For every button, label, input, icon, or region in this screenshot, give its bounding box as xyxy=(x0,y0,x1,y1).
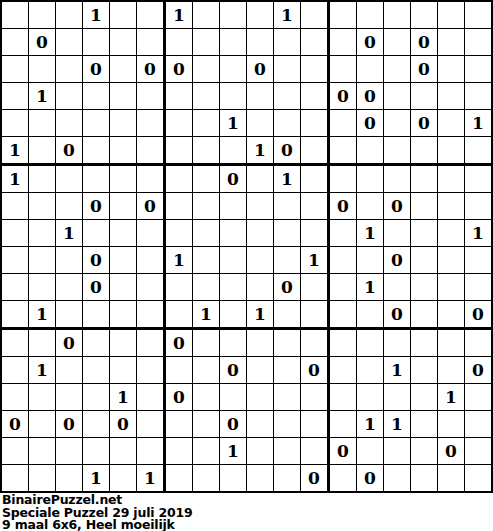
cell-r3c16-given-0: 0 xyxy=(411,56,438,83)
cell-r1c6-empty[interactable] xyxy=(137,2,166,29)
cell-r12c3-empty[interactable] xyxy=(56,301,83,330)
cell-r15c6-empty[interactable] xyxy=(137,384,166,411)
cell-r10c4-given-0: 0 xyxy=(83,247,110,274)
cell-r18c15-empty[interactable] xyxy=(384,465,411,491)
cell-r17c5-empty[interactable] xyxy=(110,438,137,465)
cell-r11c9-empty[interactable] xyxy=(220,274,247,301)
cell-r1c1-empty[interactable] xyxy=(2,2,29,29)
puzzle-grid: 1110000000010010011010101000011101100011… xyxy=(0,0,493,493)
cell-r7c18-empty[interactable] xyxy=(465,166,491,193)
cell-r6c9-empty[interactable] xyxy=(220,137,247,166)
cell-r6c6-empty[interactable] xyxy=(137,137,166,166)
cell-r9c7-empty[interactable] xyxy=(166,220,193,247)
cell-r18c1-empty[interactable] xyxy=(2,465,29,491)
cell-r10c17-empty[interactable] xyxy=(438,247,465,274)
cell-r12c9-empty[interactable] xyxy=(220,301,247,330)
cell-r13c14-empty[interactable] xyxy=(357,330,384,357)
cell-r17c7-empty[interactable] xyxy=(166,438,193,465)
cell-r11c8-empty[interactable] xyxy=(193,274,220,301)
cell-r15c5-given-1: 1 xyxy=(110,384,137,411)
cell-r9c5-empty[interactable] xyxy=(110,220,137,247)
cell-r13c2-empty[interactable] xyxy=(29,330,56,357)
cell-r12c12-empty[interactable] xyxy=(301,301,330,330)
cell-r7c9-given-0: 0 xyxy=(220,166,247,193)
cell-r2c18-empty[interactable] xyxy=(465,29,491,56)
cell-r7c6-empty[interactable] xyxy=(137,166,166,193)
cell-r15c17-given-1: 1 xyxy=(438,384,465,411)
cell-r5c10-empty[interactable] xyxy=(247,110,274,137)
cell-r8c16-empty[interactable] xyxy=(411,193,438,220)
cell-r2c1-empty[interactable] xyxy=(2,29,29,56)
cell-r4c18-empty[interactable] xyxy=(465,83,491,110)
cell-r17c2-empty[interactable] xyxy=(29,438,56,465)
cell-r10c14-empty[interactable] xyxy=(357,247,384,274)
cell-r3c5-empty[interactable] xyxy=(110,56,137,83)
cell-r14c5-empty[interactable] xyxy=(110,357,137,384)
cell-r11c13-empty[interactable] xyxy=(330,274,357,301)
cell-r9c17-empty[interactable] xyxy=(438,220,465,247)
cell-r11c3-empty[interactable] xyxy=(56,274,83,301)
cell-r15c14-empty[interactable] xyxy=(357,384,384,411)
cell-r8c13-given-0: 0 xyxy=(330,193,357,220)
cell-r4c6-empty[interactable] xyxy=(137,83,166,110)
cell-r10c1-empty[interactable] xyxy=(2,247,29,274)
cell-r6c17-empty[interactable] xyxy=(438,137,465,166)
cell-r1c3-empty[interactable] xyxy=(56,2,83,29)
cell-r11c16-empty[interactable] xyxy=(411,274,438,301)
cell-r17c13-given-0: 0 xyxy=(330,438,357,465)
cell-r6c15-empty[interactable] xyxy=(384,137,411,166)
cell-r3c18-empty[interactable] xyxy=(465,56,491,83)
cell-r13c6-empty[interactable] xyxy=(137,330,166,357)
cell-r12c15-given-0: 0 xyxy=(384,301,411,330)
cell-r4c10-empty[interactable] xyxy=(247,83,274,110)
cell-r18c11-empty[interactable] xyxy=(274,465,301,491)
cell-r10c5-empty[interactable] xyxy=(110,247,137,274)
cell-r15c16-empty[interactable] xyxy=(411,384,438,411)
cell-r8c9-empty[interactable] xyxy=(220,193,247,220)
cell-r12c13-empty[interactable] xyxy=(330,301,357,330)
cell-r8c2-empty[interactable] xyxy=(29,193,56,220)
puzzle-caption: BinairePuzzel.net Speciale Puzzel 29 jul… xyxy=(2,494,493,531)
cell-r6c13-empty[interactable] xyxy=(330,137,357,166)
cell-r5c6-empty[interactable] xyxy=(137,110,166,137)
cell-r3c6-given-0: 0 xyxy=(137,56,166,83)
cell-r16c7-empty[interactable] xyxy=(166,411,193,438)
cell-r16c13-empty[interactable] xyxy=(330,411,357,438)
cell-r5c17-empty[interactable] xyxy=(438,110,465,137)
cell-r4c17-empty[interactable] xyxy=(438,83,465,110)
cell-r7c7-empty[interactable] xyxy=(166,166,193,193)
cell-r3c2-empty[interactable] xyxy=(29,56,56,83)
cell-r4c14-given-0: 0 xyxy=(357,83,384,110)
cell-r2c14-given-0: 0 xyxy=(357,29,384,56)
cell-r1c10-empty[interactable] xyxy=(247,2,274,29)
cell-r5c14-given-0: 0 xyxy=(357,110,384,137)
cell-r11c17-empty[interactable] xyxy=(438,274,465,301)
cell-r4c9-empty[interactable] xyxy=(220,83,247,110)
cell-r13c8-empty[interactable] xyxy=(193,330,220,357)
cell-r11c4-given-0: 0 xyxy=(83,274,110,301)
cell-r17c9-given-1: 1 xyxy=(220,438,247,465)
cell-r14c10-empty[interactable] xyxy=(247,357,274,384)
cell-r13c13-empty[interactable] xyxy=(330,330,357,357)
cell-r1c15-empty[interactable] xyxy=(384,2,411,29)
cell-r14c7-empty[interactable] xyxy=(166,357,193,384)
cell-r7c5-empty[interactable] xyxy=(110,166,137,193)
cell-r18c6-given-1: 1 xyxy=(137,465,166,491)
cell-r10c11-empty[interactable] xyxy=(274,247,301,274)
cell-r9c13-empty[interactable] xyxy=(330,220,357,247)
cell-r8c1-empty[interactable] xyxy=(2,193,29,220)
cell-r8c3-empty[interactable] xyxy=(56,193,83,220)
cell-r9c12-empty[interactable] xyxy=(301,220,330,247)
cell-r5c12-empty[interactable] xyxy=(301,110,330,137)
cell-r12c14-empty[interactable] xyxy=(357,301,384,330)
cell-r5c2-empty[interactable] xyxy=(29,110,56,137)
cell-r7c4-empty[interactable] xyxy=(83,166,110,193)
cell-r10c12-given-1: 1 xyxy=(301,247,330,274)
cell-r17c8-empty[interactable] xyxy=(193,438,220,465)
cell-r2c13-empty[interactable] xyxy=(330,29,357,56)
cell-r2c15-empty[interactable] xyxy=(384,29,411,56)
cell-r6c2-empty[interactable] xyxy=(29,137,56,166)
cell-r5c3-empty[interactable] xyxy=(56,110,83,137)
cell-r6c5-empty[interactable] xyxy=(110,137,137,166)
cell-r14c8-empty[interactable] xyxy=(193,357,220,384)
cell-r7c17-empty[interactable] xyxy=(438,166,465,193)
cell-r14c9-given-0: 0 xyxy=(220,357,247,384)
cell-r7c2-empty[interactable] xyxy=(29,166,56,193)
cell-r13c12-empty[interactable] xyxy=(301,330,330,357)
cell-r17c14-empty[interactable] xyxy=(357,438,384,465)
cell-r8c8-empty[interactable] xyxy=(193,193,220,220)
cell-r3c12-empty[interactable] xyxy=(301,56,330,83)
cell-r13c10-empty[interactable] xyxy=(247,330,274,357)
cell-r14c16-empty[interactable] xyxy=(411,357,438,384)
cell-r14c13-empty[interactable] xyxy=(330,357,357,384)
cell-r10c16-empty[interactable] xyxy=(411,247,438,274)
cell-r7c12-empty[interactable] xyxy=(301,166,330,193)
cell-r16c8-empty[interactable] xyxy=(193,411,220,438)
cell-r6c8-empty[interactable] xyxy=(193,137,220,166)
cell-r2c7-empty[interactable] xyxy=(166,29,193,56)
cell-r18c2-empty[interactable] xyxy=(29,465,56,491)
cell-r7c16-empty[interactable] xyxy=(411,166,438,193)
cell-r9c9-empty[interactable] xyxy=(220,220,247,247)
cell-r18c8-empty[interactable] xyxy=(193,465,220,491)
cell-r8c6-given-0: 0 xyxy=(137,193,166,220)
cell-r16c16-empty[interactable] xyxy=(411,411,438,438)
cell-r15c11-empty[interactable] xyxy=(274,384,301,411)
cell-r10c3-empty[interactable] xyxy=(56,247,83,274)
cell-r2c11-empty[interactable] xyxy=(274,29,301,56)
cell-r3c14-empty[interactable] xyxy=(357,56,384,83)
cell-r14c1-empty[interactable] xyxy=(2,357,29,384)
cell-r18c18-empty[interactable] xyxy=(465,465,491,491)
cell-r7c14-empty[interactable] xyxy=(357,166,384,193)
cell-r12c17-empty[interactable] xyxy=(438,301,465,330)
cell-r15c4-empty[interactable] xyxy=(83,384,110,411)
cell-r14c18-given-0: 0 xyxy=(465,357,491,384)
cell-r4c4-empty[interactable] xyxy=(83,83,110,110)
cell-r8c7-empty[interactable] xyxy=(166,193,193,220)
cell-r10c8-empty[interactable] xyxy=(193,247,220,274)
cell-r4c16-empty[interactable] xyxy=(411,83,438,110)
cell-r7c10-empty[interactable] xyxy=(247,166,274,193)
cell-r2c12-empty[interactable] xyxy=(301,29,330,56)
cell-r8c14-empty[interactable] xyxy=(357,193,384,220)
cell-r13c16-empty[interactable] xyxy=(411,330,438,357)
cell-r11c7-empty[interactable] xyxy=(166,274,193,301)
cell-r18c17-empty[interactable] xyxy=(438,465,465,491)
cell-r14c17-empty[interactable] xyxy=(438,357,465,384)
cell-r18c7-empty[interactable] xyxy=(166,465,193,491)
puzzle-page: 1110000000010010011010101000011101100011… xyxy=(0,0,493,531)
cell-r6c10-given-1: 1 xyxy=(247,137,274,166)
cell-r5c9-given-1: 1 xyxy=(220,110,247,137)
cell-r18c16-empty[interactable] xyxy=(411,465,438,491)
cell-r16c17-empty[interactable] xyxy=(438,411,465,438)
cell-r9c2-empty[interactable] xyxy=(29,220,56,247)
cell-r15c1-empty[interactable] xyxy=(2,384,29,411)
cell-r7c13-empty[interactable] xyxy=(330,166,357,193)
cell-r2c10-empty[interactable] xyxy=(247,29,274,56)
cell-r3c10-given-0: 0 xyxy=(247,56,274,83)
cell-r9c8-empty[interactable] xyxy=(193,220,220,247)
cell-r12c1-empty[interactable] xyxy=(2,301,29,330)
cell-r1c9-empty[interactable] xyxy=(220,2,247,29)
cell-r13c4-empty[interactable] xyxy=(83,330,110,357)
cell-r4c8-empty[interactable] xyxy=(193,83,220,110)
cell-r14c15-given-1: 1 xyxy=(384,357,411,384)
cell-r17c1-empty[interactable] xyxy=(2,438,29,465)
cell-r14c14-empty[interactable] xyxy=(357,357,384,384)
cell-r15c18-empty[interactable] xyxy=(465,384,491,411)
cell-r11c6-empty[interactable] xyxy=(137,274,166,301)
cell-r4c1-empty[interactable] xyxy=(2,83,29,110)
cell-r11c12-empty[interactable] xyxy=(301,274,330,301)
cell-r2c16-given-0: 0 xyxy=(411,29,438,56)
cell-r3c8-empty[interactable] xyxy=(193,56,220,83)
cell-r9c4-empty[interactable] xyxy=(83,220,110,247)
cell-r10c15-given-0: 0 xyxy=(384,247,411,274)
cell-r1c5-empty[interactable] xyxy=(110,2,137,29)
cell-r9c3-given-1: 1 xyxy=(56,220,83,247)
cell-r15c15-empty[interactable] xyxy=(384,384,411,411)
cell-r8c12-empty[interactable] xyxy=(301,193,330,220)
puzzle-subtitle: 9 maal 6x6, Heel moeilijk xyxy=(2,519,493,531)
cell-r3c3-empty[interactable] xyxy=(56,56,83,83)
cell-r6c4-empty[interactable] xyxy=(83,137,110,166)
cell-r15c10-empty[interactable] xyxy=(247,384,274,411)
cell-r8c5-empty[interactable] xyxy=(110,193,137,220)
cell-r1c12-empty[interactable] xyxy=(301,2,330,29)
cell-r15c9-empty[interactable] xyxy=(220,384,247,411)
cell-r3c1-empty[interactable] xyxy=(2,56,29,83)
cell-r15c2-empty[interactable] xyxy=(29,384,56,411)
cell-r11c1-empty[interactable] xyxy=(2,274,29,301)
cell-r12c2-given-1: 1 xyxy=(29,301,56,330)
cell-r12c5-empty[interactable] xyxy=(110,301,137,330)
cell-r2c8-empty[interactable] xyxy=(193,29,220,56)
cell-r18c13-empty[interactable] xyxy=(330,465,357,491)
cell-r17c6-empty[interactable] xyxy=(137,438,166,465)
cell-r17c3-empty[interactable] xyxy=(56,438,83,465)
cell-r11c15-empty[interactable] xyxy=(384,274,411,301)
cell-r5c8-empty[interactable] xyxy=(193,110,220,137)
cell-r6c18-empty[interactable] xyxy=(465,137,491,166)
cell-r11c2-empty[interactable] xyxy=(29,274,56,301)
cell-r1c16-empty[interactable] xyxy=(411,2,438,29)
cell-r13c18-empty[interactable] xyxy=(465,330,491,357)
cell-r8c10-empty[interactable] xyxy=(247,193,274,220)
cell-r12c7-empty[interactable] xyxy=(166,301,193,330)
cell-r2c4-empty[interactable] xyxy=(83,29,110,56)
cell-r16c15-given-1: 1 xyxy=(384,411,411,438)
cell-r8c11-empty[interactable] xyxy=(274,193,301,220)
cell-r18c9-empty[interactable] xyxy=(220,465,247,491)
cell-r9c1-empty[interactable] xyxy=(2,220,29,247)
cell-r15c12-empty[interactable] xyxy=(301,384,330,411)
cell-r2c17-empty[interactable] xyxy=(438,29,465,56)
cell-r16c2-empty[interactable] xyxy=(29,411,56,438)
cell-r1c8-empty[interactable] xyxy=(193,2,220,29)
cell-r5c1-empty[interactable] xyxy=(2,110,29,137)
cell-r3c13-empty[interactable] xyxy=(330,56,357,83)
cell-r10c9-empty[interactable] xyxy=(220,247,247,274)
cell-r17c10-empty[interactable] xyxy=(247,438,274,465)
cell-r11c10-empty[interactable] xyxy=(247,274,274,301)
cell-r11c5-empty[interactable] xyxy=(110,274,137,301)
cell-r14c4-empty[interactable] xyxy=(83,357,110,384)
cell-r7c3-empty[interactable] xyxy=(56,166,83,193)
cell-r2c5-empty[interactable] xyxy=(110,29,137,56)
cell-r10c18-empty[interactable] xyxy=(465,247,491,274)
cell-r17c18-empty[interactable] xyxy=(465,438,491,465)
cell-r4c3-empty[interactable] xyxy=(56,83,83,110)
cell-r6c7-empty[interactable] xyxy=(166,137,193,166)
cell-r5c13-empty[interactable] xyxy=(330,110,357,137)
cell-r5c11-empty[interactable] xyxy=(274,110,301,137)
cell-r9c16-empty[interactable] xyxy=(411,220,438,247)
cell-r6c16-empty[interactable] xyxy=(411,137,438,166)
cell-r17c11-empty[interactable] xyxy=(274,438,301,465)
cell-r4c5-empty[interactable] xyxy=(110,83,137,110)
cell-r8c18-empty[interactable] xyxy=(465,193,491,220)
cell-r10c2-empty[interactable] xyxy=(29,247,56,274)
cell-r10c6-empty[interactable] xyxy=(137,247,166,274)
cell-r16c6-empty[interactable] xyxy=(137,411,166,438)
cell-r13c11-empty[interactable] xyxy=(274,330,301,357)
cell-r1c11-given-1: 1 xyxy=(274,2,301,29)
cell-r4c15-empty[interactable] xyxy=(384,83,411,110)
cell-r3c9-empty[interactable] xyxy=(220,56,247,83)
cell-r16c9-given-0: 0 xyxy=(220,411,247,438)
cell-r17c4-empty[interactable] xyxy=(83,438,110,465)
cell-r11c18-empty[interactable] xyxy=(465,274,491,301)
cell-r10c10-empty[interactable] xyxy=(247,247,274,274)
cell-r3c17-empty[interactable] xyxy=(438,56,465,83)
cell-r15c7-given-0: 0 xyxy=(166,384,193,411)
cell-r13c1-empty[interactable] xyxy=(2,330,29,357)
cell-r10c7-given-1: 1 xyxy=(166,247,193,274)
cell-r13c3-given-0: 0 xyxy=(56,330,83,357)
cell-r15c13-empty[interactable] xyxy=(330,384,357,411)
cell-r16c11-empty[interactable] xyxy=(274,411,301,438)
cell-r14c11-empty[interactable] xyxy=(274,357,301,384)
cell-r17c15-empty[interactable] xyxy=(384,438,411,465)
cell-r1c2-empty[interactable] xyxy=(29,2,56,29)
cell-r3c7-given-0: 0 xyxy=(166,56,193,83)
cell-r18c3-empty[interactable] xyxy=(56,465,83,491)
cell-r9c11-empty[interactable] xyxy=(274,220,301,247)
cell-r1c13-empty[interactable] xyxy=(330,2,357,29)
cell-r3c15-empty[interactable] xyxy=(384,56,411,83)
cell-r4c12-empty[interactable] xyxy=(301,83,330,110)
cell-r7c11-given-1: 1 xyxy=(274,166,301,193)
cell-r18c10-empty[interactable] xyxy=(247,465,274,491)
cell-r6c12-empty[interactable] xyxy=(301,137,330,166)
cell-r16c14-given-1: 1 xyxy=(357,411,384,438)
cell-r4c7-empty[interactable] xyxy=(166,83,193,110)
cell-r14c3-empty[interactable] xyxy=(56,357,83,384)
cell-r12c4-empty[interactable] xyxy=(83,301,110,330)
cell-r16c18-empty[interactable] xyxy=(465,411,491,438)
cell-r13c17-empty[interactable] xyxy=(438,330,465,357)
cell-r5c15-empty[interactable] xyxy=(384,110,411,137)
cell-r17c16-empty[interactable] xyxy=(411,438,438,465)
cell-r6c14-empty[interactable] xyxy=(357,137,384,166)
cell-r10c13-empty[interactable] xyxy=(330,247,357,274)
cell-r5c4-empty[interactable] xyxy=(83,110,110,137)
cell-r8c17-empty[interactable] xyxy=(438,193,465,220)
cell-r2c2-given-0: 0 xyxy=(29,29,56,56)
cell-r5c5-empty[interactable] xyxy=(110,110,137,137)
cell-r15c8-empty[interactable] xyxy=(193,384,220,411)
cell-r1c17-empty[interactable] xyxy=(438,2,465,29)
cell-r16c5-given-0: 0 xyxy=(110,411,137,438)
cell-r1c7-given-1: 1 xyxy=(166,2,193,29)
cell-r7c15-empty[interactable] xyxy=(384,166,411,193)
cell-r14c6-empty[interactable] xyxy=(137,357,166,384)
cell-r2c9-empty[interactable] xyxy=(220,29,247,56)
cell-r16c12-empty[interactable] xyxy=(301,411,330,438)
cell-r4c11-empty[interactable] xyxy=(274,83,301,110)
cell-r9c6-empty[interactable] xyxy=(137,220,166,247)
cell-r13c15-empty[interactable] xyxy=(384,330,411,357)
cell-r9c15-empty[interactable] xyxy=(384,220,411,247)
cell-r18c5-empty[interactable] xyxy=(110,465,137,491)
cell-r13c9-empty[interactable] xyxy=(220,330,247,357)
cell-r13c5-empty[interactable] xyxy=(110,330,137,357)
cell-r5c7-empty[interactable] xyxy=(166,110,193,137)
cell-r12c6-empty[interactable] xyxy=(137,301,166,330)
cell-r2c6-empty[interactable] xyxy=(137,29,166,56)
cell-r9c10-empty[interactable] xyxy=(247,220,274,247)
cell-r16c4-empty[interactable] xyxy=(83,411,110,438)
cell-r16c10-empty[interactable] xyxy=(247,411,274,438)
cell-r12c16-empty[interactable] xyxy=(411,301,438,330)
cell-r3c11-empty[interactable] xyxy=(274,56,301,83)
cell-r17c12-empty[interactable] xyxy=(301,438,330,465)
cell-r12c11-empty[interactable] xyxy=(274,301,301,330)
cell-r1c18-empty[interactable] xyxy=(465,2,491,29)
cell-r15c3-empty[interactable] xyxy=(56,384,83,411)
cell-r1c14-empty[interactable] xyxy=(357,2,384,29)
cell-r7c8-empty[interactable] xyxy=(193,166,220,193)
cell-r2c3-empty[interactable] xyxy=(56,29,83,56)
